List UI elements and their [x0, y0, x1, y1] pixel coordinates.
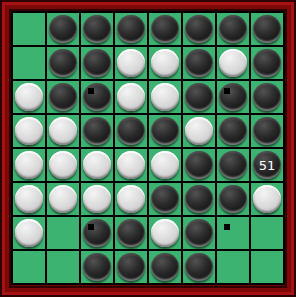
cell-e8[interactable] — [149, 251, 181, 283]
cell-f2[interactable] — [183, 47, 215, 79]
cell-f6[interactable] — [183, 183, 215, 215]
white-disc-d3 — [117, 83, 145, 111]
cell-b2[interactable] — [47, 47, 79, 79]
cell-f3[interactable] — [183, 81, 215, 113]
cell-e3[interactable] — [149, 81, 181, 113]
cell-c1[interactable] — [81, 13, 113, 45]
black-disc-g5 — [219, 151, 247, 179]
black-disc-g1 — [219, 15, 247, 43]
white-disc-b5 — [49, 151, 77, 179]
white-disc-f4 — [185, 117, 213, 145]
cell-c8[interactable] — [81, 251, 113, 283]
cell-d7[interactable] — [115, 217, 147, 249]
cell-d8[interactable] — [115, 251, 147, 283]
cell-a6[interactable] — [13, 183, 45, 215]
white-disc-a5 — [15, 151, 43, 179]
cell-h5[interactable]: 51 — [251, 149, 283, 181]
cell-e2[interactable] — [149, 47, 181, 79]
cell-g7[interactable] — [217, 217, 249, 249]
white-disc-d5 — [117, 151, 145, 179]
black-disc-e6 — [151, 185, 179, 213]
cell-c2[interactable] — [81, 47, 113, 79]
black-disc-f5 — [185, 151, 213, 179]
black-disc-f3 — [185, 83, 213, 111]
black-disc-d8 — [117, 253, 145, 281]
cell-g5[interactable] — [217, 149, 249, 181]
cell-e7[interactable] — [149, 217, 181, 249]
black-disc-h5: 51 — [253, 151, 281, 179]
white-disc-d6 — [117, 185, 145, 213]
white-disc-e5 — [151, 151, 179, 179]
star-point-top-left — [88, 88, 94, 94]
black-disc-f2 — [185, 49, 213, 77]
cell-d5[interactable] — [115, 149, 147, 181]
cell-e6[interactable] — [149, 183, 181, 215]
cell-b5[interactable] — [47, 149, 79, 181]
cell-f7[interactable] — [183, 217, 215, 249]
cell-c4[interactable] — [81, 115, 113, 147]
black-disc-f7 — [185, 219, 213, 247]
cell-a1[interactable] — [13, 13, 45, 45]
black-disc-g6 — [219, 185, 247, 213]
black-disc-c2 — [83, 49, 111, 77]
cell-f4[interactable] — [183, 115, 215, 147]
cell-h3[interactable] — [251, 81, 283, 113]
cell-h1[interactable] — [251, 13, 283, 45]
cell-b4[interactable] — [47, 115, 79, 147]
black-disc-e1 — [151, 15, 179, 43]
cell-a8[interactable] — [13, 251, 45, 283]
cell-h8[interactable] — [251, 251, 283, 283]
cell-c3[interactable] — [81, 81, 113, 113]
cell-b8[interactable] — [47, 251, 79, 283]
cell-d3[interactable] — [115, 81, 147, 113]
cell-b3[interactable] — [47, 81, 79, 113]
cell-g6[interactable] — [217, 183, 249, 215]
white-disc-a4 — [15, 117, 43, 145]
cell-c7[interactable] — [81, 217, 113, 249]
cell-h4[interactable] — [251, 115, 283, 147]
cell-b1[interactable] — [47, 13, 79, 45]
star-point-top-right — [224, 88, 230, 94]
cell-a4[interactable] — [13, 115, 45, 147]
black-disc-b1 — [49, 15, 77, 43]
black-disc-f6 — [185, 185, 213, 213]
black-disc-b2 — [49, 49, 77, 77]
cell-a3[interactable] — [13, 81, 45, 113]
black-disc-h2 — [253, 49, 281, 77]
cell-a2[interactable] — [13, 47, 45, 79]
star-point-bottom-left — [88, 224, 94, 230]
cell-d4[interactable] — [115, 115, 147, 147]
black-disc-h1 — [253, 15, 281, 43]
star-point-bottom-right — [224, 224, 230, 230]
last-move-number: 51 — [259, 159, 276, 172]
cell-d6[interactable] — [115, 183, 147, 215]
white-disc-e2 — [151, 49, 179, 77]
cell-d2[interactable] — [115, 47, 147, 79]
board-grid: 51 — [11, 11, 285, 285]
black-disc-d4 — [117, 117, 145, 145]
cell-b7[interactable] — [47, 217, 79, 249]
black-disc-f1 — [185, 15, 213, 43]
cell-h6[interactable] — [251, 183, 283, 215]
cell-f5[interactable] — [183, 149, 215, 181]
black-disc-c1 — [83, 15, 111, 43]
white-disc-e7 — [151, 219, 179, 247]
cell-c5[interactable] — [81, 149, 113, 181]
white-disc-c6 — [83, 185, 111, 213]
cell-b6[interactable] — [47, 183, 79, 215]
cell-a7[interactable] — [13, 217, 45, 249]
cell-g8[interactable] — [217, 251, 249, 283]
cell-e1[interactable] — [149, 13, 181, 45]
white-disc-a7 — [15, 219, 43, 247]
cell-c6[interactable] — [81, 183, 113, 215]
white-disc-e3 — [151, 83, 179, 111]
cell-g1[interactable] — [217, 13, 249, 45]
black-disc-g4 — [219, 117, 247, 145]
white-disc-c5 — [83, 151, 111, 179]
black-disc-e4 — [151, 117, 179, 145]
black-disc-h4 — [253, 117, 281, 145]
black-disc-d7 — [117, 219, 145, 247]
cell-f1[interactable] — [183, 13, 215, 45]
white-disc-b4 — [49, 117, 77, 145]
cell-h7[interactable] — [251, 217, 283, 249]
black-disc-h3 — [253, 83, 281, 111]
cell-h2[interactable] — [251, 47, 283, 79]
black-disc-e8 — [151, 253, 179, 281]
black-disc-d1 — [117, 15, 145, 43]
cell-g2[interactable] — [217, 47, 249, 79]
cell-g3[interactable] — [217, 81, 249, 113]
cell-d1[interactable] — [115, 13, 147, 45]
black-disc-f8 — [185, 253, 213, 281]
black-disc-c4 — [83, 117, 111, 145]
cell-e5[interactable] — [149, 149, 181, 181]
white-disc-a3 — [15, 83, 43, 111]
othello-game-window: 51 — [0, 0, 296, 297]
white-disc-b6 — [49, 185, 77, 213]
black-disc-b3 — [49, 83, 77, 111]
cell-g4[interactable] — [217, 115, 249, 147]
black-disc-c8 — [83, 253, 111, 281]
cell-a5[interactable] — [13, 149, 45, 181]
cell-e4[interactable] — [149, 115, 181, 147]
white-disc-g2 — [219, 49, 247, 77]
cell-f8[interactable] — [183, 251, 215, 283]
white-disc-a6 — [15, 185, 43, 213]
white-disc-d2 — [117, 49, 145, 77]
white-disc-h6 — [253, 185, 281, 213]
